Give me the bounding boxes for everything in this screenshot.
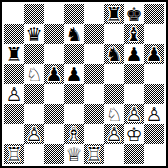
square-a5[interactable] xyxy=(4,64,24,84)
square-c8[interactable] xyxy=(44,4,64,24)
square-g7[interactable]: ♝♝ xyxy=(124,24,144,44)
square-g3[interactable]: ♟♙ xyxy=(124,104,144,124)
square-f2[interactable]: ♟♙ xyxy=(104,124,124,144)
square-g5[interactable] xyxy=(124,64,144,84)
white-bishop-d2: ♝♗ xyxy=(64,124,84,144)
square-a8[interactable] xyxy=(4,4,24,24)
square-c3[interactable] xyxy=(44,104,64,124)
piece-glyph: ♙ xyxy=(104,124,124,144)
square-e4[interactable] xyxy=(84,84,104,104)
square-f7[interactable] xyxy=(104,24,124,44)
square-e1[interactable]: ♜♖ xyxy=(84,144,104,164)
square-f1[interactable] xyxy=(104,144,124,164)
square-g1[interactable] xyxy=(124,144,144,164)
square-h2[interactable] xyxy=(144,124,164,144)
white-rook-e1: ♜♖ xyxy=(84,144,104,164)
square-g8[interactable]: ♚♚ xyxy=(124,4,144,24)
square-c2[interactable] xyxy=(44,124,64,144)
square-d1[interactable]: ♛♕ xyxy=(64,144,84,164)
white-pawn-b2: ♟♙ xyxy=(24,124,44,144)
square-h8[interactable] xyxy=(144,4,164,24)
square-c4[interactable] xyxy=(44,84,64,104)
square-f5[interactable] xyxy=(104,64,124,84)
piece-glyph: ♖ xyxy=(84,144,104,164)
square-g4[interactable] xyxy=(124,84,144,104)
black-bishop-g7: ♝♝ xyxy=(124,24,144,44)
piece-glyph: ♚ xyxy=(124,4,144,24)
piece-glyph: ♞ xyxy=(104,44,124,64)
square-a3[interactable] xyxy=(4,104,24,124)
square-e2[interactable] xyxy=(84,124,104,144)
piece-glyph: ♖ xyxy=(4,144,24,164)
square-a6[interactable]: ♜♜ xyxy=(4,44,24,64)
square-h1[interactable] xyxy=(144,144,164,164)
white-king-g2: ♚♔ xyxy=(124,124,144,144)
square-c1[interactable] xyxy=(44,144,64,164)
piece-glyph: ♘ xyxy=(24,64,44,84)
piece-glyph: ♝ xyxy=(124,24,144,44)
piece-glyph: ♙ xyxy=(144,104,164,124)
white-pawn-a4: ♟♙ xyxy=(4,84,24,104)
black-pawn-g6: ♟♟ xyxy=(124,44,144,64)
square-b8[interactable] xyxy=(24,4,44,24)
square-e7[interactable] xyxy=(84,24,104,44)
square-b7[interactable]: ♛♛ xyxy=(24,24,44,44)
square-e8[interactable] xyxy=(84,4,104,24)
square-e3[interactable] xyxy=(84,104,104,124)
board-frame: ♜♜♚♚♛♛♞♞♝♝♜♜♞♞♟♟♟♟♞♘♟♟♟♟♟♙♞♘♟♙♟♙♟♙♝♗♟♙♚♔… xyxy=(0,0,168,168)
square-a7[interactable] xyxy=(4,24,24,44)
black-rook-a6: ♜♜ xyxy=(4,44,24,64)
piece-glyph: ♜ xyxy=(4,44,24,64)
black-pawn-d5: ♟♟ xyxy=(64,64,84,84)
square-d2[interactable]: ♝♗ xyxy=(64,124,84,144)
square-f4[interactable] xyxy=(104,84,124,104)
piece-glyph: ♟ xyxy=(44,64,64,84)
chess-board: ♜♜♚♚♛♛♞♞♝♝♜♜♞♞♟♟♟♟♞♘♟♟♟♟♟♙♞♘♟♙♟♙♟♙♝♗♟♙♚♔… xyxy=(4,4,164,164)
square-b4[interactable] xyxy=(24,84,44,104)
piece-glyph: ♙ xyxy=(24,124,44,144)
square-b1[interactable] xyxy=(24,144,44,164)
white-pawn-g3: ♟♙ xyxy=(124,104,144,124)
white-rook-a1: ♜♖ xyxy=(4,144,24,164)
square-h3[interactable]: ♟♙ xyxy=(144,104,164,124)
white-pawn-f2: ♟♙ xyxy=(104,124,124,144)
piece-glyph: ♞ xyxy=(64,24,84,44)
square-h7[interactable] xyxy=(144,24,164,44)
square-b6[interactable] xyxy=(24,44,44,64)
piece-glyph: ♙ xyxy=(124,104,144,124)
black-rook-f8: ♜♜ xyxy=(104,4,124,24)
square-f3[interactable]: ♞♘ xyxy=(104,104,124,124)
piece-glyph: ♙ xyxy=(4,84,24,104)
white-knight-f3: ♞♘ xyxy=(104,104,124,124)
black-pawn-c5: ♟♟ xyxy=(44,64,64,84)
square-h6[interactable]: ♟♟ xyxy=(144,44,164,64)
square-b3[interactable] xyxy=(24,104,44,124)
piece-glyph: ♟ xyxy=(144,44,164,64)
square-c7[interactable] xyxy=(44,24,64,44)
square-f8[interactable]: ♜♜ xyxy=(104,4,124,24)
white-pawn-h3: ♟♙ xyxy=(144,104,164,124)
piece-glyph: ♔ xyxy=(124,124,144,144)
square-b5[interactable]: ♞♘ xyxy=(24,64,44,84)
square-b2[interactable]: ♟♙ xyxy=(24,124,44,144)
square-d6[interactable] xyxy=(64,44,84,64)
black-queen-b7: ♛♛ xyxy=(24,24,44,44)
black-pawn-h6: ♟♟ xyxy=(144,44,164,64)
black-knight-f6: ♞♞ xyxy=(104,44,124,64)
square-c6[interactable] xyxy=(44,44,64,64)
black-knight-d7: ♞♞ xyxy=(64,24,84,44)
square-h4[interactable] xyxy=(144,84,164,104)
piece-glyph: ♟ xyxy=(64,64,84,84)
square-d5[interactable]: ♟♟ xyxy=(64,64,84,84)
square-a2[interactable] xyxy=(4,124,24,144)
white-knight-b5: ♞♘ xyxy=(24,64,44,84)
square-c5[interactable]: ♟♟ xyxy=(44,64,64,84)
square-g2[interactable]: ♚♔ xyxy=(124,124,144,144)
square-d7[interactable]: ♞♞ xyxy=(64,24,84,44)
piece-glyph: ♟ xyxy=(124,44,144,64)
piece-glyph: ♜ xyxy=(104,4,124,24)
square-h5[interactable] xyxy=(144,64,164,84)
white-queen-d1: ♛♕ xyxy=(64,144,84,164)
piece-glyph: ♘ xyxy=(104,104,124,124)
square-a1[interactable]: ♜♖ xyxy=(4,144,24,164)
square-a4[interactable]: ♟♙ xyxy=(4,84,24,104)
square-d4[interactable] xyxy=(64,84,84,104)
piece-glyph: ♗ xyxy=(64,124,84,144)
square-f6[interactable]: ♞♞ xyxy=(104,44,124,64)
square-g6[interactable]: ♟♟ xyxy=(124,44,144,64)
black-king-g8: ♚♚ xyxy=(124,4,144,24)
piece-glyph: ♕ xyxy=(64,144,84,164)
square-e5[interactable] xyxy=(84,64,104,84)
square-d8[interactable] xyxy=(64,4,84,24)
square-e6[interactable] xyxy=(84,44,104,64)
square-d3[interactable] xyxy=(64,104,84,124)
piece-glyph: ♛ xyxy=(24,24,44,44)
